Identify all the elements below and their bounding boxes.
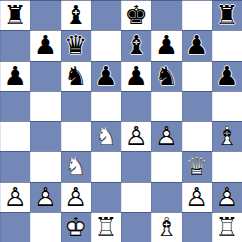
square-g4[interactable] xyxy=(182,121,212,151)
square-d2[interactable] xyxy=(91,182,121,212)
square-a7[interactable] xyxy=(0,30,30,60)
white-pawn-icon[interactable]: ♟♙ xyxy=(121,121,151,151)
square-g6[interactable] xyxy=(182,61,212,91)
piece-outline: ♗ xyxy=(151,212,181,242)
black-pawn-icon[interactable]: ♟ xyxy=(151,30,181,60)
square-d8[interactable] xyxy=(91,0,121,30)
square-g7[interactable]: ♟ xyxy=(182,30,212,60)
square-c8[interactable]: ♝ xyxy=(61,0,91,30)
square-g3[interactable]: ♛♕ xyxy=(182,151,212,181)
square-h3[interactable] xyxy=(212,151,242,181)
square-h2[interactable]: ♟♙ xyxy=(212,182,242,212)
square-e2[interactable] xyxy=(121,182,151,212)
piece-fill: ♟ xyxy=(212,61,242,91)
white-bishop-icon[interactable]: ♝♗ xyxy=(151,212,181,242)
square-b1[interactable] xyxy=(30,212,60,242)
square-g8[interactable] xyxy=(182,0,212,30)
square-c3[interactable]: ♞♘ xyxy=(61,151,91,181)
white-knight-icon[interactable]: ♞♘ xyxy=(61,151,91,181)
white-queen-icon[interactable]: ♛♕ xyxy=(182,151,212,181)
square-b3[interactable] xyxy=(30,151,60,181)
piece-fill: ♝ xyxy=(61,0,91,30)
square-f5[interactable] xyxy=(151,91,181,121)
square-c5[interactable] xyxy=(61,91,91,121)
black-bishop-icon[interactable]: ♝ xyxy=(121,30,151,60)
black-pawn-icon[interactable]: ♟ xyxy=(30,30,60,60)
square-c1[interactable]: ♚♔ xyxy=(61,212,91,242)
white-pawn-icon[interactable]: ♟♙ xyxy=(182,182,212,212)
piece-fill: ♞ xyxy=(151,61,181,91)
square-a5[interactable] xyxy=(0,91,30,121)
piece-fill: ♝ xyxy=(121,30,151,60)
square-f7[interactable]: ♟ xyxy=(151,30,181,60)
square-h6[interactable]: ♟ xyxy=(212,61,242,91)
white-pawn-icon[interactable]: ♟♙ xyxy=(30,182,60,212)
piece-fill: ♚ xyxy=(121,0,151,30)
square-f6[interactable]: ♞ xyxy=(151,61,181,91)
piece-fill: ♜ xyxy=(0,0,30,30)
square-e4[interactable]: ♟♙ xyxy=(121,121,151,151)
square-d7[interactable] xyxy=(91,30,121,60)
black-king-icon[interactable]: ♚ xyxy=(121,0,151,30)
square-g2[interactable]: ♟♙ xyxy=(182,182,212,212)
piece-outline: ♙ xyxy=(121,121,151,151)
black-queen-icon[interactable]: ♛ xyxy=(61,30,91,60)
square-f2[interactable] xyxy=(151,182,181,212)
square-e6[interactable]: ♟ xyxy=(121,61,151,91)
square-h4[interactable]: ♝♗ xyxy=(212,121,242,151)
piece-outline: ♙ xyxy=(61,182,91,212)
black-pawn-icon[interactable]: ♟ xyxy=(212,61,242,91)
black-knight-icon[interactable]: ♞ xyxy=(151,61,181,91)
square-b5[interactable] xyxy=(30,91,60,121)
square-d4[interactable]: ♞♘ xyxy=(91,121,121,151)
piece-fill: ♟ xyxy=(91,61,121,91)
square-a1[interactable] xyxy=(0,212,30,242)
square-e1[interactable] xyxy=(121,212,151,242)
square-f1[interactable]: ♝♗ xyxy=(151,212,181,242)
square-e5[interactable] xyxy=(121,91,151,121)
square-e8[interactable]: ♚ xyxy=(121,0,151,30)
square-a6[interactable]: ♟ xyxy=(0,61,30,91)
square-e3[interactable] xyxy=(121,151,151,181)
square-a2[interactable]: ♟♙ xyxy=(0,182,30,212)
square-c4[interactable] xyxy=(61,121,91,151)
square-g1[interactable] xyxy=(182,212,212,242)
white-pawn-icon[interactable]: ♟♙ xyxy=(61,182,91,212)
square-h5[interactable] xyxy=(212,91,242,121)
piece-fill: ♟ xyxy=(121,61,151,91)
piece-fill: ♞ xyxy=(61,61,91,91)
square-h8[interactable]: ♜ xyxy=(212,0,242,30)
square-b2[interactable]: ♟♙ xyxy=(30,182,60,212)
piece-outline: ♖ xyxy=(212,212,242,242)
black-rook-icon[interactable]: ♜ xyxy=(0,0,30,30)
square-g5[interactable] xyxy=(182,91,212,121)
piece-fill: ♟ xyxy=(0,61,30,91)
piece-outline: ♖ xyxy=(91,212,121,242)
piece-outline: ♙ xyxy=(30,182,60,212)
piece-fill: ♜ xyxy=(212,0,242,30)
square-c6[interactable]: ♞ xyxy=(61,61,91,91)
black-pawn-icon[interactable]: ♟ xyxy=(182,30,212,60)
square-b8[interactable] xyxy=(30,0,60,30)
piece-fill: ♟ xyxy=(151,30,181,60)
square-h7[interactable] xyxy=(212,30,242,60)
white-rook-icon[interactable]: ♜♖ xyxy=(212,212,242,242)
square-d5[interactable] xyxy=(91,91,121,121)
square-d6[interactable]: ♟ xyxy=(91,61,121,91)
black-rook-icon[interactable]: ♜ xyxy=(212,0,242,30)
piece-outline: ♘ xyxy=(91,121,121,151)
square-b4[interactable] xyxy=(30,121,60,151)
piece-fill: ♟ xyxy=(30,30,60,60)
black-knight-icon[interactable]: ♞ xyxy=(61,61,91,91)
chess-board: ♜♝♚♜♟♛♝♟♟♟♞♟♟♞♟♞♘♟♙♟♙♝♗♞♘♛♕♟♙♟♙♟♙♟♙♟♙♚♔♜… xyxy=(0,0,242,242)
piece-outline: ♙ xyxy=(151,121,181,151)
black-pawn-icon[interactable]: ♟ xyxy=(0,61,30,91)
square-f3[interactable] xyxy=(151,151,181,181)
white-rook-icon[interactable]: ♜♖ xyxy=(91,212,121,242)
square-d3[interactable] xyxy=(91,151,121,181)
square-f4[interactable]: ♟♙ xyxy=(151,121,181,151)
white-knight-icon[interactable]: ♞♘ xyxy=(91,121,121,151)
black-bishop-icon[interactable]: ♝ xyxy=(61,0,91,30)
piece-fill: ♛ xyxy=(61,30,91,60)
piece-outline: ♙ xyxy=(182,182,212,212)
square-c2[interactable]: ♟♙ xyxy=(61,182,91,212)
square-a3[interactable] xyxy=(0,151,30,181)
piece-outline: ♙ xyxy=(212,182,242,212)
square-d1[interactable]: ♜♖ xyxy=(91,212,121,242)
piece-outline: ♗ xyxy=(212,121,242,151)
black-pawn-icon[interactable]: ♟ xyxy=(121,61,151,91)
white-pawn-icon[interactable]: ♟♙ xyxy=(0,182,30,212)
piece-outline: ♘ xyxy=(61,151,91,181)
white-bishop-icon[interactable]: ♝♗ xyxy=(212,121,242,151)
piece-fill: ♟ xyxy=(182,30,212,60)
white-pawn-icon[interactable]: ♟♙ xyxy=(151,121,181,151)
square-f8[interactable] xyxy=(151,0,181,30)
square-b6[interactable] xyxy=(30,61,60,91)
square-b7[interactable]: ♟ xyxy=(30,30,60,60)
square-c7[interactable]: ♛ xyxy=(61,30,91,60)
piece-outline: ♙ xyxy=(0,182,30,212)
piece-outline: ♔ xyxy=(61,212,91,242)
white-pawn-icon[interactable]: ♟♙ xyxy=(212,182,242,212)
square-e7[interactable]: ♝ xyxy=(121,30,151,60)
white-king-icon[interactable]: ♚♔ xyxy=(61,212,91,242)
square-h1[interactable]: ♜♖ xyxy=(212,212,242,242)
piece-outline: ♕ xyxy=(182,151,212,181)
black-pawn-icon[interactable]: ♟ xyxy=(91,61,121,91)
square-a4[interactable] xyxy=(0,121,30,151)
square-a8[interactable]: ♜ xyxy=(0,0,30,30)
